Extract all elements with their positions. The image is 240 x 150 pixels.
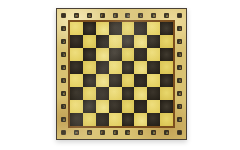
square-d4[interactable] xyxy=(122,61,135,74)
label-box: A xyxy=(164,13,169,18)
label-box: G xyxy=(87,130,92,135)
square-g4[interactable] xyxy=(83,61,96,74)
label-box: H xyxy=(74,13,79,18)
square-g3[interactable] xyxy=(83,48,96,61)
label-box: E xyxy=(113,130,118,135)
square-f4[interactable] xyxy=(96,61,109,74)
square-c3[interactable] xyxy=(134,48,147,61)
file-label-d: D xyxy=(122,128,135,137)
label-box: E xyxy=(113,13,118,18)
label-box: C xyxy=(138,130,143,135)
square-b6[interactable] xyxy=(147,87,160,100)
square-b7[interactable] xyxy=(147,100,160,113)
square-c7[interactable] xyxy=(134,100,147,113)
square-f7[interactable] xyxy=(96,100,109,113)
rank-label-6: 6 xyxy=(59,87,68,100)
square-g8[interactable] xyxy=(83,113,96,126)
rank-label-4: 4 xyxy=(59,61,68,74)
square-a4[interactable] xyxy=(160,61,173,74)
square-h2[interactable] xyxy=(70,35,83,48)
file-label-c: C xyxy=(134,11,147,20)
corner-inlay xyxy=(61,13,66,18)
file-label-f: F xyxy=(96,128,109,137)
square-e4[interactable] xyxy=(109,61,122,74)
square-c4[interactable] xyxy=(134,61,147,74)
label-box: D xyxy=(125,130,130,135)
square-b3[interactable] xyxy=(147,48,160,61)
rank-labels-right: 12345678 xyxy=(175,22,184,126)
rank-label-2: 2 xyxy=(59,35,68,48)
rank-label-8: 8 xyxy=(175,113,184,126)
rank-label-1: 1 xyxy=(59,22,68,35)
square-h1[interactable] xyxy=(70,22,83,35)
rank-label-1: 1 xyxy=(175,22,184,35)
file-label-b: B xyxy=(147,128,160,137)
square-a1[interactable] xyxy=(160,22,173,35)
label-box: F xyxy=(100,13,105,18)
square-d1[interactable] xyxy=(122,22,135,35)
photo-background: HGFEDCBA HGFEDCBA 12345678 12345678 xyxy=(0,0,240,150)
rank-labels-left: 12345678 xyxy=(59,22,68,126)
square-h7[interactable] xyxy=(70,100,83,113)
square-f2[interactable] xyxy=(96,35,109,48)
label-box: F xyxy=(100,130,105,135)
square-a2[interactable] xyxy=(160,35,173,48)
square-c8[interactable] xyxy=(134,113,147,126)
label-box: 2 xyxy=(61,39,66,44)
square-a3[interactable] xyxy=(160,48,173,61)
rank-label-2: 2 xyxy=(175,35,184,48)
file-label-e: E xyxy=(109,128,122,137)
square-c6[interactable] xyxy=(134,87,147,100)
label-box: 8 xyxy=(61,117,66,122)
rank-label-6: 6 xyxy=(175,87,184,100)
square-b2[interactable] xyxy=(147,35,160,48)
label-box: 6 xyxy=(177,91,182,96)
square-f3[interactable] xyxy=(96,48,109,61)
square-d6[interactable] xyxy=(122,87,135,100)
label-box: D xyxy=(125,13,130,18)
square-f5[interactable] xyxy=(96,74,109,87)
square-a7[interactable] xyxy=(160,100,173,113)
square-c1[interactable] xyxy=(134,22,147,35)
file-label-e: E xyxy=(109,11,122,20)
label-box: B xyxy=(151,13,156,18)
rank-label-3: 3 xyxy=(175,48,184,61)
square-a5[interactable] xyxy=(160,74,173,87)
square-e2[interactable] xyxy=(109,35,122,48)
file-label-c: C xyxy=(134,128,147,137)
square-g6[interactable] xyxy=(83,87,96,100)
file-label-b: B xyxy=(147,11,160,20)
square-b4[interactable] xyxy=(147,61,160,74)
square-d3[interactable] xyxy=(122,48,135,61)
square-h5[interactable] xyxy=(70,74,83,87)
square-e1[interactable] xyxy=(109,22,122,35)
rank-label-5: 5 xyxy=(59,74,68,87)
file-labels-top: HGFEDCBA xyxy=(70,11,173,20)
rank-label-4: 4 xyxy=(175,61,184,74)
square-d5[interactable] xyxy=(122,74,135,87)
square-d2[interactable] xyxy=(122,35,135,48)
rank-label-8: 8 xyxy=(59,113,68,126)
file-label-h: H xyxy=(70,11,83,20)
label-box: 7 xyxy=(177,104,182,109)
label-box: 1 xyxy=(61,26,66,31)
label-box: 7 xyxy=(61,104,66,109)
file-label-f: F xyxy=(96,11,109,20)
square-b5[interactable] xyxy=(147,74,160,87)
square-h4[interactable] xyxy=(70,61,83,74)
file-label-g: G xyxy=(83,128,96,137)
square-g7[interactable] xyxy=(83,100,96,113)
square-b8[interactable] xyxy=(147,113,160,126)
corner-inlay xyxy=(61,130,66,135)
square-c5[interactable] xyxy=(134,74,147,87)
board-grid[interactable] xyxy=(68,20,175,128)
label-box: 4 xyxy=(177,65,182,70)
label-box: B xyxy=(151,130,156,135)
corner-inlay xyxy=(177,13,182,18)
file-labels-bottom: HGFEDCBA xyxy=(70,128,173,137)
label-box: 2 xyxy=(177,39,182,44)
label-box: 4 xyxy=(61,65,66,70)
label-box: 5 xyxy=(177,78,182,83)
square-c2[interactable] xyxy=(134,35,147,48)
square-e8[interactable] xyxy=(109,113,122,126)
square-a8[interactable] xyxy=(160,113,173,126)
square-g1[interactable] xyxy=(83,22,96,35)
rank-label-7: 7 xyxy=(59,100,68,113)
square-e3[interactable] xyxy=(109,48,122,61)
square-f8[interactable] xyxy=(96,113,109,126)
square-h6[interactable] xyxy=(70,87,83,100)
chessboard[interactable]: HGFEDCBA HGFEDCBA 12345678 12345678 xyxy=(56,8,187,140)
square-f6[interactable] xyxy=(96,87,109,100)
label-box: 3 xyxy=(61,52,66,57)
label-box: H xyxy=(74,130,79,135)
label-box: G xyxy=(87,13,92,18)
square-h8[interactable] xyxy=(70,113,83,126)
square-g5[interactable] xyxy=(83,74,96,87)
square-b1[interactable] xyxy=(147,22,160,35)
label-box: C xyxy=(138,13,143,18)
label-box: 3 xyxy=(177,52,182,57)
label-box: 5 xyxy=(61,78,66,83)
square-d7[interactable] xyxy=(122,100,135,113)
square-a6[interactable] xyxy=(160,87,173,100)
rank-label-5: 5 xyxy=(175,74,184,87)
label-box: 1 xyxy=(177,26,182,31)
label-box: 8 xyxy=(177,117,182,122)
file-label-a: A xyxy=(160,11,173,20)
corner-inlay xyxy=(177,130,182,135)
square-h3[interactable] xyxy=(70,48,83,61)
file-label-d: D xyxy=(122,11,135,20)
square-e7[interactable] xyxy=(109,100,122,113)
rank-label-3: 3 xyxy=(59,48,68,61)
square-d8[interactable] xyxy=(122,113,135,126)
file-label-a: A xyxy=(160,128,173,137)
file-label-g: G xyxy=(83,11,96,20)
label-box: 6 xyxy=(61,91,66,96)
rank-label-7: 7 xyxy=(175,100,184,113)
square-f1[interactable] xyxy=(96,22,109,35)
label-box: A xyxy=(164,130,169,135)
square-g2[interactable] xyxy=(83,35,96,48)
square-e5[interactable] xyxy=(109,74,122,87)
square-e6[interactable] xyxy=(109,87,122,100)
file-label-h: H xyxy=(70,128,83,137)
